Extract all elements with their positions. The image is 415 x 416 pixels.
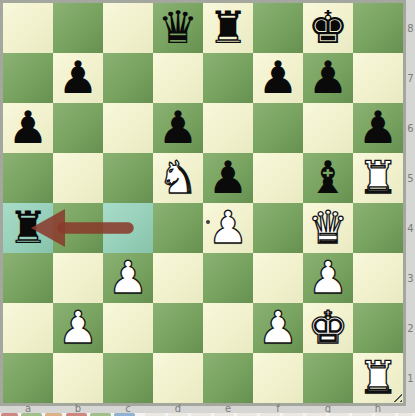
chess-analysis-panel: ♛♜♚♟♟♟♟♟♟♞♟♝♜♜♟♛♟♟♟♟♚♜ 87654321 abcdefgh <box>0 0 415 416</box>
rank-label-8: 8 <box>406 3 415 53</box>
square-a6[interactable]: ♟ <box>3 103 53 153</box>
piece-white-pawn-e4[interactable]: ♟ <box>203 203 253 253</box>
file-label-d: d <box>153 404 203 413</box>
square-b2[interactable]: ♟ <box>53 303 103 353</box>
square-c7[interactable] <box>103 53 153 103</box>
square-a1[interactable] <box>3 353 53 403</box>
square-d2[interactable] <box>153 303 203 353</box>
square-c2[interactable] <box>103 303 153 353</box>
piece-black-pawn-f7[interactable]: ♟ <box>253 53 303 103</box>
rank-label-3: 3 <box>406 253 415 303</box>
piece-white-rook-h5[interactable]: ♜ <box>353 153 403 203</box>
square-h4[interactable] <box>353 203 403 253</box>
square-d4[interactable] <box>153 203 203 253</box>
file-label-g: g <box>303 404 353 413</box>
square-b4[interactable] <box>53 203 103 253</box>
rank-coordinate-labels: 87654321 <box>406 3 415 403</box>
square-d6[interactable]: ♟ <box>153 103 203 153</box>
file-label-f: f <box>253 404 303 413</box>
square-g7[interactable]: ♟ <box>303 53 353 103</box>
piece-black-pawn-e5[interactable]: ♟ <box>203 153 253 203</box>
rank-label-5: 5 <box>406 153 415 203</box>
square-h5[interactable]: ♜ <box>353 153 403 203</box>
square-f1[interactable] <box>253 353 303 403</box>
piece-white-queen-g4[interactable]: ♛ <box>303 203 353 253</box>
piece-white-knight-d5[interactable]: ♞ <box>153 153 203 203</box>
square-g1[interactable] <box>303 353 353 403</box>
square-f2[interactable]: ♟ <box>253 303 303 353</box>
square-c3[interactable]: ♟ <box>103 253 153 303</box>
square-c6[interactable] <box>103 103 153 153</box>
square-a2[interactable] <box>3 303 53 353</box>
square-c4[interactable] <box>103 203 153 253</box>
square-g2[interactable]: ♚ <box>303 303 353 353</box>
square-d8[interactable]: ♛ <box>153 3 203 53</box>
piece-black-pawn-b7[interactable]: ♟ <box>53 53 103 103</box>
square-b8[interactable] <box>53 3 103 53</box>
square-a3[interactable] <box>3 253 53 303</box>
square-b1[interactable] <box>53 353 103 403</box>
square-e3[interactable] <box>203 253 253 303</box>
piece-white-pawn-g3[interactable]: ♟ <box>303 253 353 303</box>
rank-label-7: 7 <box>406 53 415 103</box>
square-e2[interactable] <box>203 303 253 353</box>
file-label-c: c <box>103 404 153 413</box>
square-h2[interactable] <box>353 303 403 353</box>
square-g6[interactable] <box>303 103 353 153</box>
square-b6[interactable] <box>53 103 103 153</box>
rank-label-4: 4 <box>406 203 415 253</box>
piece-white-pawn-f2[interactable]: ♟ <box>253 303 303 353</box>
piece-black-rook-e8[interactable]: ♜ <box>203 3 253 53</box>
square-b7[interactable]: ♟ <box>53 53 103 103</box>
square-e4[interactable]: ♟ <box>203 203 253 253</box>
square-c1[interactable] <box>103 353 153 403</box>
square-h6[interactable]: ♟ <box>353 103 403 153</box>
square-f5[interactable] <box>253 153 303 203</box>
square-f4[interactable] <box>253 203 303 253</box>
rank-label-1: 1 <box>406 353 415 403</box>
square-c5[interactable] <box>103 153 153 203</box>
piece-black-king-g8[interactable]: ♚ <box>303 3 353 53</box>
piece-black-pawn-g7[interactable]: ♟ <box>303 53 353 103</box>
file-label-h: h <box>353 404 403 413</box>
square-d7[interactable] <box>153 53 203 103</box>
rank-label-2: 2 <box>406 303 415 353</box>
square-f7[interactable]: ♟ <box>253 53 303 103</box>
square-a8[interactable] <box>3 3 53 53</box>
square-b3[interactable] <box>53 253 103 303</box>
piece-black-bishop-g5[interactable]: ♝ <box>303 153 353 203</box>
square-e7[interactable] <box>203 53 253 103</box>
piece-white-king-g2[interactable]: ♚ <box>303 303 353 353</box>
rank-label-6: 6 <box>406 103 415 153</box>
square-d5[interactable]: ♞ <box>153 153 203 203</box>
square-e1[interactable] <box>203 353 253 403</box>
file-label-b: b <box>53 404 103 413</box>
square-a7[interactable] <box>3 53 53 103</box>
square-f6[interactable] <box>253 103 303 153</box>
square-f3[interactable] <box>253 253 303 303</box>
piece-black-pawn-d6[interactable]: ♟ <box>153 103 203 153</box>
square-h3[interactable] <box>353 253 403 303</box>
square-e8[interactable]: ♜ <box>203 3 253 53</box>
square-h8[interactable] <box>353 3 403 53</box>
square-g4[interactable]: ♛ <box>303 203 353 253</box>
move-dot <box>206 220 210 224</box>
square-g8[interactable]: ♚ <box>303 3 353 53</box>
board-grid: ♛♜♚♟♟♟♟♟♟♞♟♝♜♜♟♛♟♟♟♟♚♜ <box>3 3 403 403</box>
square-e5[interactable]: ♟ <box>203 153 253 203</box>
piece-black-pawn-h6[interactable]: ♟ <box>353 103 403 153</box>
piece-white-pawn-c3[interactable]: ♟ <box>103 253 153 303</box>
square-g5[interactable]: ♝ <box>303 153 353 203</box>
piece-white-rook-h1[interactable]: ♜ <box>353 353 403 403</box>
chess-board[interactable]: ♛♜♚♟♟♟♟♟♟♞♟♝♜♜♟♛♟♟♟♟♚♜ <box>0 0 406 406</box>
piece-white-pawn-b2[interactable]: ♟ <box>53 303 103 353</box>
square-h7[interactable] <box>353 53 403 103</box>
file-label-e: e <box>203 404 253 413</box>
square-a5[interactable] <box>3 153 53 203</box>
piece-black-pawn-a6[interactable]: ♟ <box>3 103 53 153</box>
file-coordinate-labels: abcdefgh <box>3 404 403 413</box>
square-d3[interactable] <box>153 253 203 303</box>
square-f8[interactable] <box>253 3 303 53</box>
square-c8[interactable] <box>103 3 153 53</box>
piece-black-queen-d8[interactable]: ♛ <box>153 3 203 53</box>
piece-black-rook-a4[interactable]: ♜ <box>3 203 53 253</box>
square-g3[interactable]: ♟ <box>303 253 353 303</box>
file-label-a: a <box>3 404 53 413</box>
square-e6[interactable] <box>203 103 253 153</box>
square-a4[interactable]: ♜ <box>3 203 53 253</box>
square-h1[interactable]: ♜ <box>353 353 403 403</box>
square-d1[interactable] <box>153 353 203 403</box>
square-b5[interactable] <box>53 153 103 203</box>
